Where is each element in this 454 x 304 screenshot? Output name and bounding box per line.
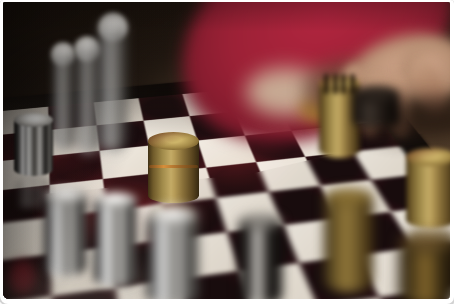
background-mid-patch <box>153 57 283 117</box>
rim-red-reflection-mid <box>151 230 173 248</box>
board-square <box>49 125 100 156</box>
rim-red-reflection-left <box>9 260 35 294</box>
board-square <box>299 255 379 299</box>
board-square <box>111 239 179 287</box>
board-square <box>269 186 338 225</box>
piece-body <box>14 120 53 176</box>
board-square <box>155 168 216 205</box>
gold-rook-piece <box>319 76 360 158</box>
board-square <box>414 240 450 288</box>
board-square <box>338 212 414 256</box>
board-square <box>268 82 323 107</box>
board-square <box>240 263 318 299</box>
board-square <box>144 116 198 145</box>
thumb <box>406 57 450 119</box>
blurred-gold-glint <box>299 97 349 123</box>
bokeh-highlight <box>73 35 101 63</box>
board-square <box>51 287 121 299</box>
board-square <box>51 247 116 296</box>
piece-groove <box>149 165 198 168</box>
board-square <box>283 218 357 263</box>
board-square <box>144 116 198 145</box>
piece-cap <box>406 148 450 166</box>
board-square <box>226 86 279 112</box>
background-light-patch <box>383 2 450 102</box>
board-square <box>379 289 450 299</box>
board-square <box>51 247 116 296</box>
board-square <box>100 146 156 179</box>
board-square <box>139 94 190 121</box>
board-square <box>283 218 357 263</box>
board-square <box>197 136 256 168</box>
board-square <box>216 192 283 232</box>
board-square <box>116 279 189 299</box>
board-square <box>379 289 450 299</box>
board-square <box>3 130 49 161</box>
board-square <box>317 297 404 299</box>
board-square <box>3 217 51 261</box>
board-square <box>337 121 400 151</box>
board-square <box>49 151 103 185</box>
board-square <box>226 86 279 112</box>
center-gold-pawn-piece <box>148 132 199 203</box>
board-square <box>48 102 96 130</box>
piece-body <box>147 215 198 299</box>
board-square <box>371 174 443 212</box>
piece-cap <box>239 214 282 229</box>
board-square <box>268 82 323 107</box>
bg-silver-b-piece <box>77 44 101 154</box>
board-square <box>305 151 371 185</box>
board-square <box>51 287 121 299</box>
piece-body <box>77 49 101 154</box>
board-square <box>149 141 206 174</box>
board-square <box>338 212 414 256</box>
board-square <box>162 198 227 239</box>
board-square <box>227 225 299 271</box>
board-maroon-tint <box>3 2 450 299</box>
board-square <box>97 121 149 151</box>
board-square <box>299 255 379 299</box>
piece-cap <box>99 22 126 32</box>
hand-shadow <box>349 98 450 140</box>
board-square <box>182 90 234 116</box>
piece-cap <box>53 50 75 58</box>
board-square <box>216 192 283 232</box>
board-square <box>94 98 144 125</box>
piece-body <box>406 157 450 228</box>
board-square <box>357 248 439 298</box>
board-square <box>379 289 450 299</box>
board-square <box>190 112 245 141</box>
board-square <box>51 247 116 296</box>
rim-gloss-highlight <box>3 264 183 299</box>
fg-silver-3-piece <box>147 206 198 299</box>
chessboard <box>3 78 450 299</box>
board-band-front <box>3 2 450 299</box>
piece-cap <box>14 113 53 127</box>
board-square <box>227 225 299 271</box>
board-square <box>3 156 50 191</box>
board-square <box>3 130 49 161</box>
fg-silver-1-piece <box>44 188 87 276</box>
board-square <box>182 90 234 116</box>
board-square <box>353 146 420 180</box>
blurred-light-piece <box>246 68 326 116</box>
board-square <box>48 102 96 130</box>
board-square <box>439 280 450 299</box>
board-square <box>391 205 450 247</box>
finger-2 <box>358 75 387 137</box>
board-square <box>320 180 391 218</box>
fg-gold-piece <box>324 188 373 292</box>
piece-reflection <box>16 175 51 208</box>
board-square <box>245 131 305 162</box>
crimson-sleeve <box>142 2 450 189</box>
piece-body <box>99 27 126 152</box>
board-square <box>116 279 189 299</box>
piece-cap <box>94 192 137 207</box>
board-square <box>309 78 365 103</box>
board-square <box>317 297 404 299</box>
board-square <box>227 225 299 271</box>
board-square <box>279 103 337 131</box>
board-square <box>291 126 353 157</box>
bokeh-highlight <box>50 41 76 67</box>
board-square <box>50 211 111 254</box>
board-square <box>322 99 381 126</box>
board-square <box>268 82 323 107</box>
board-square <box>371 174 443 212</box>
chessboard <box>3 78 450 299</box>
board-square <box>100 146 156 179</box>
board-square <box>51 287 121 299</box>
board-square <box>256 157 320 192</box>
board-square <box>116 279 189 299</box>
board-square <box>107 204 170 246</box>
board-square <box>170 232 240 279</box>
vignette <box>3 2 450 299</box>
board-square <box>178 271 253 299</box>
board-square <box>206 162 269 198</box>
fg-silver-2-piece <box>94 192 137 287</box>
board-square <box>107 204 170 246</box>
board-band-far <box>3 2 450 299</box>
finger-3 <box>384 73 413 137</box>
board-rim <box>3 65 450 299</box>
board-square <box>337 121 400 151</box>
board-square <box>162 198 227 239</box>
board-square <box>320 180 391 218</box>
piece-cap <box>319 76 360 91</box>
board-square <box>245 131 305 162</box>
board-square <box>197 136 256 168</box>
board-square <box>103 173 162 210</box>
board-square <box>50 211 111 254</box>
board-square <box>50 179 107 217</box>
right-gold-pawn-piece <box>406 148 450 228</box>
board-square <box>178 271 253 299</box>
board-square <box>439 280 450 299</box>
board-square <box>139 94 190 121</box>
board-square <box>3 156 50 191</box>
board-square <box>49 125 100 156</box>
board-square <box>3 254 51 299</box>
hand-knuckles <box>401 42 450 98</box>
depth-shade <box>3 2 450 299</box>
piece-cap <box>44 188 87 203</box>
board-square <box>155 168 216 205</box>
rook-crenellation <box>324 74 355 94</box>
piece-body <box>53 54 75 150</box>
board-square <box>439 280 450 299</box>
board-square <box>50 179 107 217</box>
board-square <box>235 107 292 135</box>
piece-body <box>399 243 450 299</box>
board-square <box>291 126 353 157</box>
fg-dark-silver-piece <box>239 214 282 299</box>
board-square <box>337 121 400 151</box>
board-square <box>162 198 227 239</box>
board-square <box>206 162 269 198</box>
forearm-shadow <box>303 62 393 117</box>
board-rim <box>3 65 450 299</box>
board-square <box>226 86 279 112</box>
piece-body <box>319 84 360 158</box>
board-square <box>3 296 52 299</box>
board-square <box>155 168 216 205</box>
board-square <box>97 121 149 151</box>
board-square <box>206 162 269 198</box>
board-rim <box>3 65 450 299</box>
board-square <box>3 130 49 161</box>
board-square <box>49 125 100 156</box>
board-square <box>48 102 96 130</box>
board-square <box>216 192 283 232</box>
piece-cap <box>77 44 101 53</box>
board-square <box>305 151 371 185</box>
board-square <box>269 186 338 225</box>
board-square <box>50 211 111 254</box>
board-square <box>103 173 162 210</box>
board-square <box>149 141 206 174</box>
board-square <box>182 90 234 116</box>
board-band-mid <box>3 2 450 299</box>
piece-cap <box>148 132 199 150</box>
board-square <box>3 254 51 299</box>
board-square <box>414 240 450 288</box>
piece-body <box>94 200 137 287</box>
board-square <box>190 112 245 141</box>
board-square <box>111 239 179 287</box>
board-square <box>391 205 450 247</box>
board-square <box>97 121 149 151</box>
board-square <box>49 151 103 185</box>
board-square <box>305 151 371 185</box>
board-square <box>3 185 50 224</box>
board-square <box>190 112 245 141</box>
piece-cap <box>147 206 198 224</box>
piece-body <box>44 196 87 276</box>
board-square <box>3 107 49 135</box>
board-square <box>94 98 144 125</box>
board-square <box>144 116 198 145</box>
board-square <box>353 146 420 180</box>
board-square <box>322 99 381 126</box>
board-square <box>309 78 365 103</box>
board-square <box>279 103 337 131</box>
board-square <box>240 263 318 299</box>
board-square <box>49 151 103 185</box>
board-square <box>170 232 240 279</box>
board-square <box>139 94 190 121</box>
board-square <box>3 217 51 261</box>
board-square <box>3 107 49 135</box>
board-square <box>149 141 206 174</box>
hand-palm <box>341 22 450 117</box>
bg-silver-c-piece <box>99 22 126 152</box>
board-square <box>322 99 381 126</box>
piece-cap <box>399 232 450 253</box>
board-square <box>256 157 320 192</box>
board-square <box>353 146 420 180</box>
bokeh-highlight <box>97 11 129 43</box>
board-square <box>3 107 49 135</box>
board-square <box>320 180 391 218</box>
board-square <box>3 254 51 299</box>
board-square <box>299 255 379 299</box>
piece-body <box>353 95 399 126</box>
chess-photo <box>3 2 450 299</box>
board-square <box>283 218 357 263</box>
board-square <box>371 174 443 212</box>
board-square <box>317 297 404 299</box>
board-square <box>3 156 50 191</box>
board-square <box>391 205 450 247</box>
board-square <box>3 185 50 224</box>
piece-body <box>239 222 282 299</box>
board-square <box>107 204 170 246</box>
piece-cap <box>324 188 373 206</box>
board-square <box>235 107 292 135</box>
piece-body <box>324 197 373 292</box>
piece-cap <box>353 86 399 103</box>
board-square <box>235 107 292 135</box>
board-square <box>309 78 365 103</box>
board-square <box>111 239 179 287</box>
board-square <box>94 98 144 125</box>
bg-silver-a-piece <box>53 50 75 150</box>
piece-reflection <box>409 227 451 269</box>
board-square <box>414 240 450 288</box>
board-square <box>256 157 320 192</box>
background <box>3 2 450 299</box>
board-square <box>240 263 318 299</box>
board-square <box>245 131 305 162</box>
board-square <box>50 179 107 217</box>
board-square <box>291 126 353 157</box>
board-square <box>3 296 52 299</box>
board-square <box>178 271 253 299</box>
board-square <box>197 136 256 168</box>
board-square <box>100 146 156 179</box>
board-square <box>170 232 240 279</box>
board-square <box>3 217 51 261</box>
photo-frame <box>0 0 454 304</box>
held-dark-piece-piece <box>353 86 399 126</box>
left-silver-pawn-piece <box>14 113 53 176</box>
board-square <box>279 103 337 131</box>
board-square <box>357 248 439 298</box>
board-square <box>338 212 414 256</box>
piece-reflection <box>151 202 197 239</box>
fg-dark-gold-piece <box>399 232 450 299</box>
board-square <box>357 248 439 298</box>
chessboard <box>3 78 450 299</box>
piece-body <box>148 141 199 203</box>
board-square <box>3 185 50 224</box>
board-square <box>103 173 162 210</box>
board-square <box>269 186 338 225</box>
board-square <box>3 296 52 299</box>
finger-1 <box>329 62 368 122</box>
